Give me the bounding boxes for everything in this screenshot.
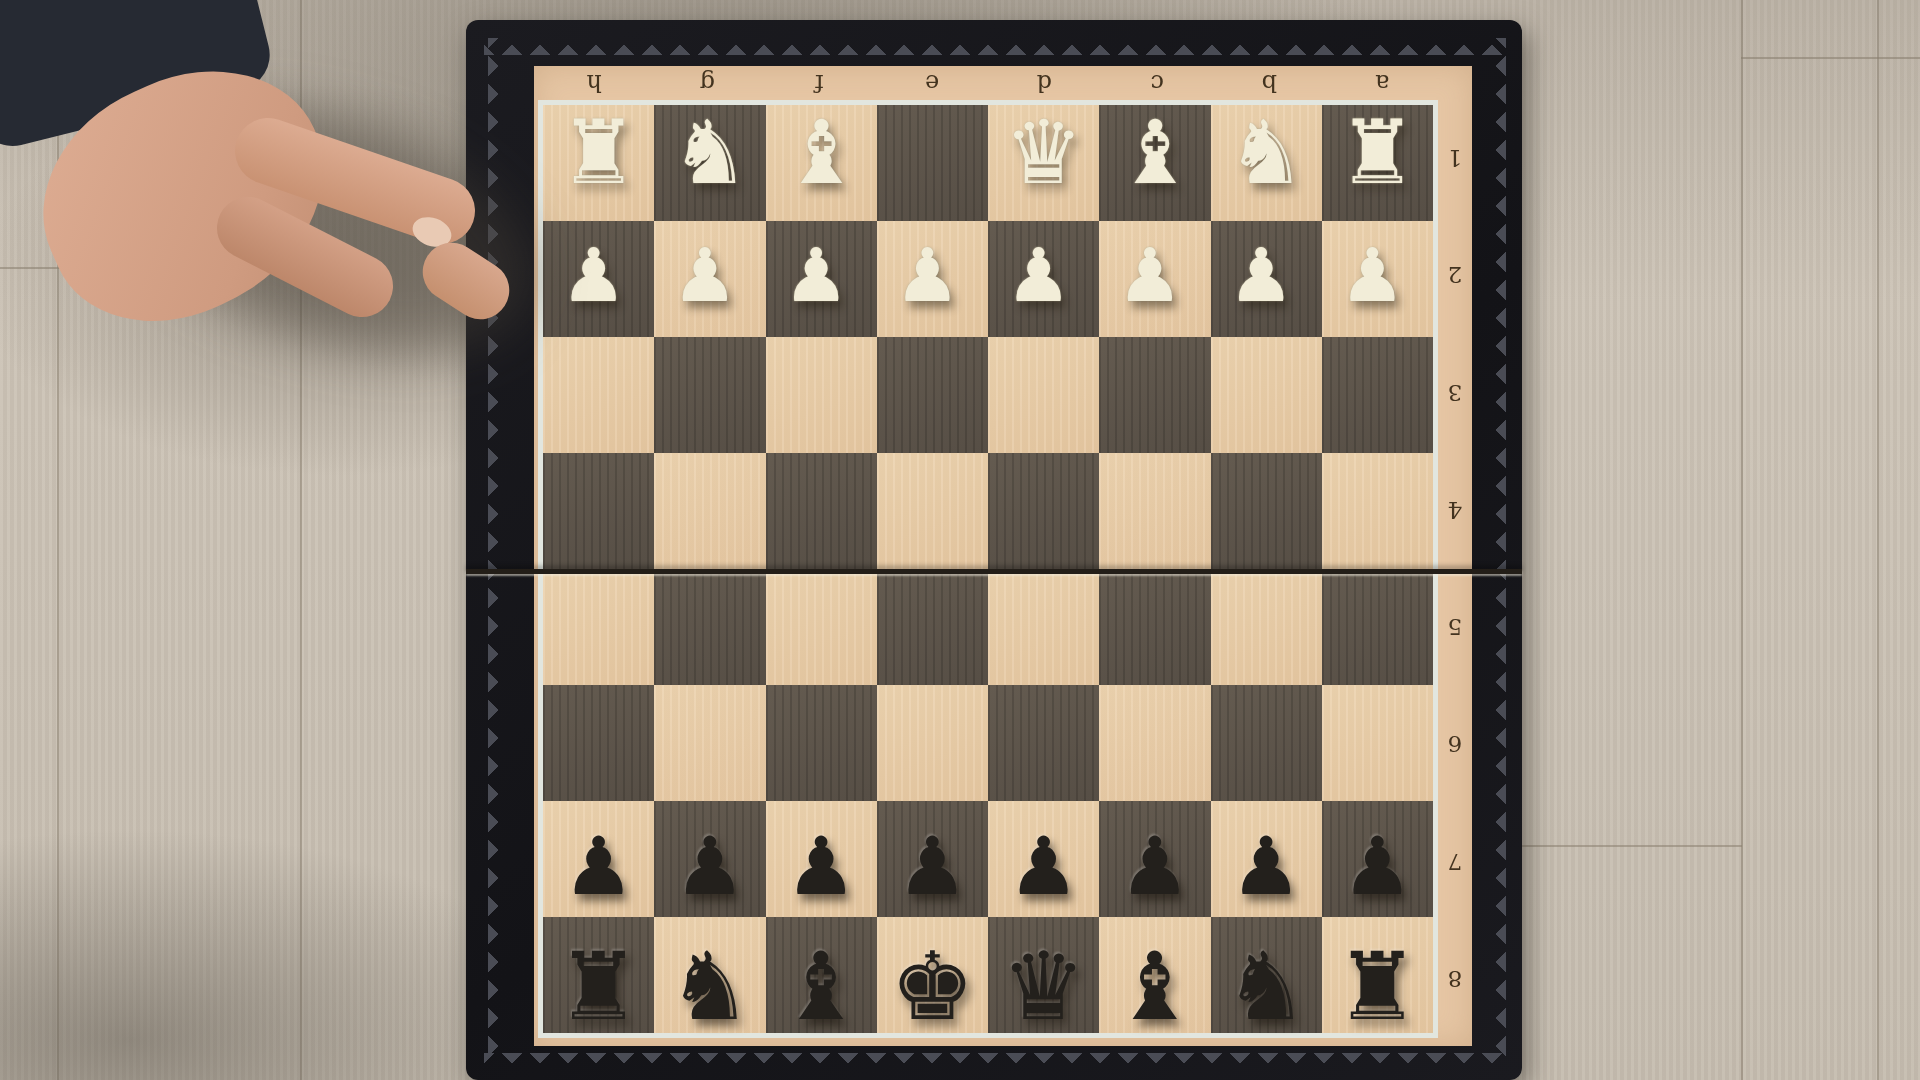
square-e2: ♟ <box>877 221 988 337</box>
file-label-c: c <box>1101 66 1214 100</box>
white-bishop: ♝ <box>782 109 861 197</box>
board-margin: hgfedcba 12345678 ♜♞♝♛♝♞♜♟♟♟♟♟♟♟♟♟♟♟♟♟♟♟… <box>534 66 1472 1046</box>
square-b3 <box>1211 337 1322 453</box>
black-king: ♚ <box>890 940 974 1034</box>
fold-seam <box>466 569 1522 574</box>
square-f5 <box>766 569 877 685</box>
black-rook: ♜ <box>556 940 640 1034</box>
floor-plank-seam <box>1877 0 1879 1080</box>
file-labels: hgfedcba <box>538 66 1438 100</box>
square-a6 <box>1322 685 1433 801</box>
square-g5 <box>654 569 765 685</box>
square-h6 <box>543 685 654 801</box>
black-knight: ♞ <box>1224 940 1308 1034</box>
black-pawn: ♟ <box>674 827 746 907</box>
frame-serration-right <box>1491 38 1506 1062</box>
black-queen: ♛ <box>1001 940 1085 1034</box>
rank-label-7: 7 <box>1438 804 1472 921</box>
square-a1: ♜ <box>1322 105 1433 221</box>
square-e7: ♟ <box>877 801 988 917</box>
square-c5 <box>1099 569 1210 685</box>
black-pawn: ♟ <box>1119 827 1191 907</box>
square-g8: ♞ <box>654 917 765 1033</box>
square-h7: ♟ <box>543 801 654 917</box>
square-b5 <box>1211 569 1322 685</box>
floor-plank-seam <box>1741 0 1743 1080</box>
square-a8: ♜ <box>1322 917 1433 1033</box>
black-pawn: ♟ <box>1342 827 1414 907</box>
rank-label-2: 2 <box>1438 217 1472 334</box>
white-pawn: ♟ <box>672 238 738 312</box>
file-label-g: g <box>651 66 764 100</box>
square-c7: ♟ <box>1099 801 1210 917</box>
floor-plank-seam <box>1522 845 1742 847</box>
black-bishop: ♝ <box>779 940 863 1034</box>
square-g3 <box>654 337 765 453</box>
rank-label-1: 1 <box>1438 100 1472 217</box>
square-c6 <box>1099 685 1210 801</box>
square-e6 <box>877 685 988 801</box>
square-a5 <box>1322 569 1433 685</box>
square-g7: ♟ <box>654 801 765 917</box>
frame-serration-top <box>484 40 1504 55</box>
frame-serration-bottom <box>484 1053 1504 1068</box>
square-h5 <box>543 569 654 685</box>
file-label-e: e <box>876 66 989 100</box>
square-a7: ♟ <box>1322 801 1433 917</box>
square-c4 <box>1099 453 1210 569</box>
black-pawn: ♟ <box>785 827 857 907</box>
square-f8: ♝ <box>766 917 877 1033</box>
square-f6 <box>766 685 877 801</box>
square-d5 <box>988 569 1099 685</box>
square-d6 <box>988 685 1099 801</box>
square-d1: ♛ <box>988 105 1099 221</box>
square-e8: ♚ <box>877 917 988 1033</box>
white-pawn: ♟ <box>1228 238 1294 312</box>
square-g2: ♟ <box>654 221 765 337</box>
black-pawn: ♟ <box>1008 827 1080 907</box>
black-bishop: ♝ <box>1113 940 1197 1034</box>
square-c2: ♟ <box>1099 221 1210 337</box>
file-label-d: d <box>988 66 1101 100</box>
square-f4 <box>766 453 877 569</box>
square-b7: ♟ <box>1211 801 1322 917</box>
square-e5 <box>877 569 988 685</box>
black-rook: ♜ <box>1335 940 1419 1034</box>
rank-label-4: 4 <box>1438 452 1472 569</box>
square-e4 <box>877 453 988 569</box>
square-h8: ♜ <box>543 917 654 1033</box>
square-d7: ♟ <box>988 801 1099 917</box>
black-pawn: ♟ <box>897 827 969 907</box>
square-b1: ♞ <box>1211 105 1322 221</box>
square-f3 <box>766 337 877 453</box>
square-f1: ♝ <box>766 105 877 221</box>
hand <box>0 0 600 360</box>
square-a2: ♟ <box>1322 221 1433 337</box>
square-d4 <box>988 453 1099 569</box>
square-g1: ♞ <box>654 105 765 221</box>
rank-label-6: 6 <box>1438 686 1472 803</box>
rank-label-5: 5 <box>1438 569 1472 686</box>
white-queen: ♛ <box>1004 109 1083 197</box>
white-pawn: ♟ <box>1005 238 1071 312</box>
file-label-f: f <box>763 66 876 100</box>
white-bishop: ♝ <box>1115 109 1194 197</box>
square-d2: ♟ <box>988 221 1099 337</box>
black-pawn: ♟ <box>563 827 635 907</box>
square-d8: ♛ <box>988 917 1099 1033</box>
white-rook: ♜ <box>1338 109 1417 197</box>
rank-label-3: 3 <box>1438 335 1472 452</box>
rank-label-8: 8 <box>1438 921 1472 1038</box>
square-c1: ♝ <box>1099 105 1210 221</box>
file-label-a: a <box>1326 66 1439 100</box>
square-f7: ♟ <box>766 801 877 917</box>
square-b2: ♟ <box>1211 221 1322 337</box>
chess-board: hgfedcba 12345678 ♜♞♝♛♝♞♜♟♟♟♟♟♟♟♟♟♟♟♟♟♟♟… <box>466 20 1522 1080</box>
square-b6 <box>1211 685 1322 801</box>
white-pawn: ♟ <box>1339 238 1405 312</box>
white-knight: ♞ <box>670 109 749 197</box>
square-f2: ♟ <box>766 221 877 337</box>
square-e1 <box>877 105 988 221</box>
black-pawn: ♟ <box>1230 827 1302 907</box>
square-b4 <box>1211 453 1322 569</box>
square-d3 <box>988 337 1099 453</box>
square-a4 <box>1322 453 1433 569</box>
square-b8: ♞ <box>1211 917 1322 1033</box>
square-e3 <box>877 337 988 453</box>
white-knight: ♞ <box>1227 109 1306 197</box>
square-c8: ♝ <box>1099 917 1210 1033</box>
square-a3 <box>1322 337 1433 453</box>
square-g6 <box>654 685 765 801</box>
square-c3 <box>1099 337 1210 453</box>
white-pawn: ♟ <box>783 238 849 312</box>
floor-plank-seam <box>1741 57 1920 59</box>
file-label-b: b <box>1213 66 1326 100</box>
square-g4 <box>654 453 765 569</box>
white-pawn: ♟ <box>894 238 960 312</box>
black-knight: ♞ <box>668 940 752 1034</box>
square-h4 <box>543 453 654 569</box>
white-pawn: ♟ <box>1117 238 1183 312</box>
